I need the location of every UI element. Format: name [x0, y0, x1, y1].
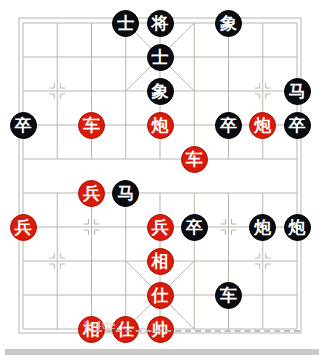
piece-red-车[interactable]: 车: [78, 112, 105, 139]
bottom-edge-bar: [5, 349, 319, 355]
piece-black-炮[interactable]: 炮: [249, 214, 276, 241]
watermark-text: ky4tte: [84, 320, 116, 331]
piece-red-兵[interactable]: 兵: [147, 214, 174, 241]
piece-red-车[interactable]: 车: [181, 146, 208, 173]
piece-black-象[interactable]: 象: [147, 78, 174, 105]
piece-black-将[interactable]: 将: [147, 10, 174, 37]
piece-black-士[interactable]: 士: [112, 10, 139, 37]
xiangqi-board: 士将象士象马卒车炮卒炮卒车兵马兵兵卒炮炮相仕车相仕帅 ky4tte: [0, 0, 319, 355]
piece-red-帅[interactable]: 帅: [147, 316, 174, 343]
piece-red-相[interactable]: 相: [147, 248, 174, 275]
piece-black-象[interactable]: 象: [215, 10, 242, 37]
piece-black-士[interactable]: 士: [147, 44, 174, 71]
piece-black-卒[interactable]: 卒: [181, 214, 208, 241]
piece-black-马[interactable]: 马: [112, 180, 139, 207]
piece-black-卒[interactable]: 卒: [284, 112, 311, 139]
piece-black-车[interactable]: 车: [215, 282, 242, 309]
piece-black-卒[interactable]: 卒: [215, 112, 242, 139]
piece-black-炮[interactable]: 炮: [284, 214, 311, 241]
piece-layer: 士将象士象马卒车炮卒炮卒车兵马兵兵卒炮炮相仕车相仕帅: [6, 6, 314, 346]
piece-red-仕[interactable]: 仕: [112, 316, 139, 343]
piece-red-炮[interactable]: 炮: [147, 112, 174, 139]
piece-black-马[interactable]: 马: [284, 78, 311, 105]
piece-red-兵[interactable]: 兵: [78, 180, 105, 207]
piece-red-炮[interactable]: 炮: [249, 112, 276, 139]
watermark-dashes: [96, 330, 300, 332]
piece-red-兵[interactable]: 兵: [10, 214, 37, 241]
piece-red-仕[interactable]: 仕: [147, 282, 174, 309]
piece-black-卒[interactable]: 卒: [10, 112, 37, 139]
